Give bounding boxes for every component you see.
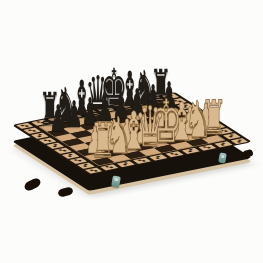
chess-set-photo: ▚▞▚▞▚▞▚▞ ▚▞▚▞▚▞▚▞ ▚▞▚▞▚▞▚▞ ▚▞▚▞▚▞▚▞ ▚▞▚▞… (0, 0, 263, 263)
board-foot (242, 149, 253, 158)
frame-corner-tile: ▞ (231, 138, 248, 144)
board-foot (23, 177, 42, 193)
board-foot (57, 186, 73, 197)
frame-corner-tile: ▚ (85, 168, 102, 174)
